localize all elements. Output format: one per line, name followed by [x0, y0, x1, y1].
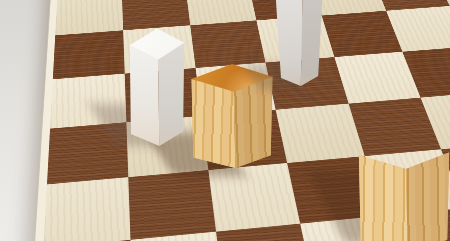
piece-white-block-b3[interactable] — [128, 26, 186, 146]
piece-pine-block-e1[interactable] — [356, 136, 450, 241]
square-b2[interactable] — [128, 170, 216, 240]
square-a5[interactable] — [53, 30, 125, 79]
piece-white-block-d4[interactable] — [269, 0, 329, 86]
photo-canvas — [0, 0, 450, 241]
square-c5[interactable] — [190, 20, 265, 68]
square-a2[interactable] — [43, 177, 130, 241]
